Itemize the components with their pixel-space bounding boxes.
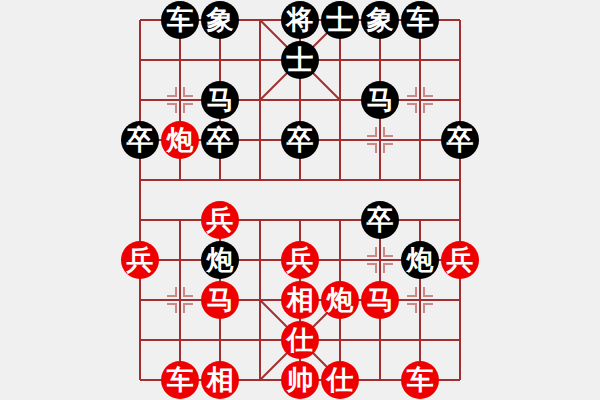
piece-red-chariot[interactable]: 车 — [161, 361, 199, 399]
piece-black-chariot[interactable]: 车 — [401, 1, 439, 39]
piece-red-cannon[interactable]: 炮 — [321, 281, 359, 319]
piece-red-advisor[interactable]: 仕 — [321, 361, 359, 399]
piece-black-general[interactable]: 将 — [281, 1, 319, 39]
piece-red-pawn[interactable]: 兵 — [121, 241, 159, 279]
piece-black-pawn[interactable]: 卒 — [441, 121, 479, 159]
pieces-layer: 车象将士象车士马马卒炮卒卒卒兵卒兵炮兵炮兵马相炮马仕车相帅仕车 — [140, 20, 460, 380]
piece-red-advisor[interactable]: 仕 — [281, 321, 319, 359]
piece-red-pawn[interactable]: 兵 — [441, 241, 479, 279]
piece-red-horse[interactable]: 马 — [361, 281, 399, 319]
piece-black-horse[interactable]: 马 — [361, 81, 399, 119]
piece-red-pawn[interactable]: 兵 — [201, 201, 239, 239]
piece-red-cannon[interactable]: 炮 — [161, 121, 199, 159]
piece-black-cannon[interactable]: 炮 — [201, 241, 239, 279]
piece-black-elephant[interactable]: 象 — [201, 1, 239, 39]
piece-black-advisor[interactable]: 士 — [321, 1, 359, 39]
xiangqi-board[interactable]: 车象将士象车士马马卒炮卒卒卒兵卒兵炮兵炮兵马相炮马仕车相帅仕车 — [0, 0, 600, 400]
piece-black-pawn[interactable]: 卒 — [281, 121, 319, 159]
piece-red-chariot[interactable]: 车 — [401, 361, 439, 399]
piece-red-horse[interactable]: 马 — [201, 281, 239, 319]
piece-black-elephant[interactable]: 象 — [361, 1, 399, 39]
piece-black-chariot[interactable]: 车 — [161, 1, 199, 39]
piece-black-horse[interactable]: 马 — [201, 81, 239, 119]
piece-black-cannon[interactable]: 炮 — [401, 241, 439, 279]
piece-red-elephant[interactable]: 相 — [201, 361, 239, 399]
piece-black-pawn[interactable]: 卒 — [361, 201, 399, 239]
piece-red-general[interactable]: 帅 — [281, 361, 319, 399]
piece-red-pawn[interactable]: 兵 — [281, 241, 319, 279]
piece-black-advisor[interactable]: 士 — [281, 41, 319, 79]
piece-red-elephant[interactable]: 相 — [281, 281, 319, 319]
piece-black-pawn[interactable]: 卒 — [121, 121, 159, 159]
piece-black-pawn[interactable]: 卒 — [201, 121, 239, 159]
